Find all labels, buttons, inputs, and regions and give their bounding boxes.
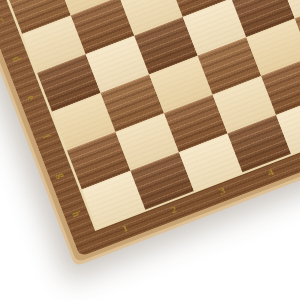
chessboard: abcdefgh 12345678	[0, 0, 300, 257]
photo-canvas: abcdefgh 12345678	[0, 0, 300, 300]
